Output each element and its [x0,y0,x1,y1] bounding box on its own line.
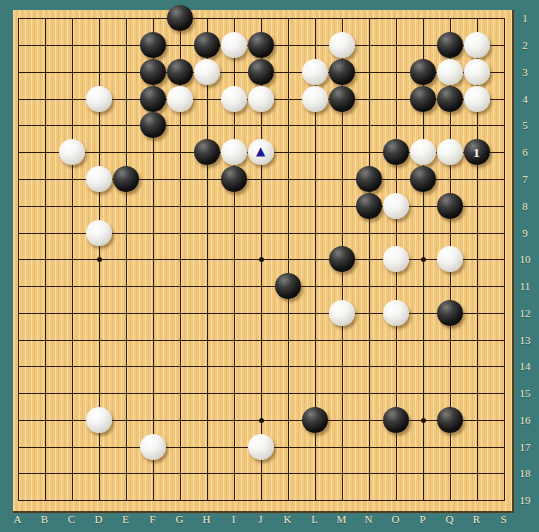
intersection[interactable] [85,487,112,514]
intersection[interactable]: 1 [463,139,490,166]
intersection[interactable] [112,219,139,246]
intersection[interactable] [490,166,517,193]
intersection[interactable] [31,433,58,460]
intersection[interactable] [85,166,112,193]
intersection[interactable] [301,85,328,112]
intersection[interactable] [355,166,382,193]
intersection[interactable] [274,353,301,380]
intersection[interactable] [85,85,112,112]
intersection[interactable] [31,406,58,433]
intersection[interactable] [409,59,436,86]
white-stone[interactable]: ▲ [248,139,274,165]
intersection[interactable] [193,5,220,32]
intersection[interactable] [193,460,220,487]
intersection[interactable] [220,353,247,380]
intersection[interactable] [328,299,355,326]
intersection[interactable] [247,246,274,273]
intersection[interactable] [139,192,166,219]
intersection[interactable] [247,406,274,433]
white-stone[interactable] [86,86,112,112]
intersection[interactable] [193,487,220,514]
intersection[interactable] [355,59,382,86]
intersection[interactable]: ▲ [247,139,274,166]
intersection[interactable] [274,5,301,32]
intersection[interactable] [355,273,382,300]
intersection[interactable] [139,219,166,246]
intersection[interactable] [463,59,490,86]
intersection[interactable] [490,246,517,273]
intersection[interactable] [463,5,490,32]
white-stone[interactable] [248,434,274,460]
intersection[interactable] [58,487,85,514]
intersection[interactable] [274,59,301,86]
intersection[interactable] [328,139,355,166]
intersection[interactable] [166,139,193,166]
intersection[interactable] [4,406,31,433]
intersection[interactable] [274,273,301,300]
intersection[interactable] [355,460,382,487]
intersection[interactable] [4,380,31,407]
black-stone[interactable] [437,300,463,326]
intersection[interactable] [301,433,328,460]
intersection[interactable] [193,406,220,433]
intersection[interactable] [490,273,517,300]
black-stone[interactable]: 1 [464,139,490,165]
intersection[interactable] [85,5,112,32]
intersection[interactable] [58,139,85,166]
black-stone[interactable] [383,139,409,165]
intersection[interactable] [58,5,85,32]
intersection[interactable] [355,353,382,380]
intersection[interactable] [247,112,274,139]
intersection[interactable] [193,299,220,326]
intersection[interactable] [4,166,31,193]
intersection[interactable] [4,433,31,460]
intersection[interactable] [193,326,220,353]
intersection[interactable] [436,139,463,166]
intersection[interactable] [31,32,58,59]
intersection[interactable] [139,433,166,460]
black-stone[interactable] [275,273,301,299]
intersection[interactable] [247,5,274,32]
intersection[interactable] [193,112,220,139]
black-stone[interactable] [140,59,166,85]
intersection[interactable] [328,273,355,300]
intersection[interactable] [382,246,409,273]
intersection[interactable] [112,299,139,326]
intersection[interactable] [139,487,166,514]
white-stone[interactable] [437,246,463,272]
intersection[interactable] [409,166,436,193]
intersection[interactable] [193,192,220,219]
intersection[interactable] [193,219,220,246]
intersection[interactable] [301,460,328,487]
intersection[interactable] [31,299,58,326]
intersection[interactable] [112,85,139,112]
black-stone[interactable] [410,59,436,85]
intersection[interactable] [247,433,274,460]
intersection[interactable] [490,353,517,380]
black-stone[interactable] [302,407,328,433]
intersection[interactable] [112,32,139,59]
intersection[interactable] [301,5,328,32]
intersection[interactable] [328,380,355,407]
intersection[interactable] [166,5,193,32]
black-stone[interactable] [383,407,409,433]
intersection[interactable] [220,139,247,166]
intersection[interactable] [31,5,58,32]
intersection[interactable] [220,273,247,300]
black-stone[interactable] [329,86,355,112]
intersection[interactable] [4,59,31,86]
intersection[interactable] [301,406,328,433]
intersection[interactable] [382,460,409,487]
black-stone[interactable] [140,112,166,138]
intersection[interactable] [490,406,517,433]
intersection[interactable] [274,219,301,246]
intersection[interactable] [301,326,328,353]
intersection[interactable] [139,85,166,112]
intersection[interactable] [31,166,58,193]
black-stone[interactable] [329,59,355,85]
intersection[interactable] [436,406,463,433]
intersection[interactable] [247,326,274,353]
intersection[interactable] [382,353,409,380]
white-stone[interactable] [221,32,247,58]
intersection[interactable] [220,32,247,59]
intersection[interactable] [436,85,463,112]
intersection[interactable] [139,380,166,407]
intersection[interactable] [490,219,517,246]
white-stone[interactable] [464,86,490,112]
intersection[interactable] [328,406,355,433]
intersection[interactable] [220,112,247,139]
intersection[interactable] [382,299,409,326]
intersection[interactable] [193,32,220,59]
intersection[interactable] [31,112,58,139]
intersection[interactable] [247,487,274,514]
intersection[interactable] [85,326,112,353]
intersection[interactable] [355,299,382,326]
intersection[interactable] [31,326,58,353]
intersection[interactable] [31,85,58,112]
intersection[interactable] [409,273,436,300]
intersection[interactable] [220,166,247,193]
intersection[interactable] [112,406,139,433]
intersection[interactable] [490,326,517,353]
intersection[interactable] [328,85,355,112]
intersection[interactable] [58,166,85,193]
intersection[interactable] [31,460,58,487]
white-stone[interactable] [383,193,409,219]
intersection[interactable] [247,59,274,86]
intersection[interactable] [166,299,193,326]
intersection[interactable] [166,273,193,300]
black-stone[interactable] [113,166,139,192]
black-stone[interactable] [437,32,463,58]
intersection[interactable] [328,246,355,273]
intersection[interactable] [274,192,301,219]
intersection[interactable] [490,299,517,326]
intersection[interactable] [436,433,463,460]
intersection[interactable] [112,353,139,380]
intersection[interactable] [490,487,517,514]
intersection[interactable] [409,433,436,460]
intersection[interactable] [139,166,166,193]
intersection[interactable] [247,380,274,407]
intersection[interactable] [85,299,112,326]
black-stone[interactable] [221,166,247,192]
white-stone[interactable] [248,86,274,112]
intersection[interactable] [58,380,85,407]
intersection[interactable] [409,353,436,380]
intersection[interactable] [139,326,166,353]
white-stone[interactable] [383,246,409,272]
intersection[interactable] [355,433,382,460]
intersection[interactable] [31,273,58,300]
intersection[interactable] [274,32,301,59]
intersection[interactable] [382,433,409,460]
intersection[interactable] [463,460,490,487]
intersection[interactable] [463,273,490,300]
intersection[interactable] [274,112,301,139]
intersection[interactable] [4,326,31,353]
intersection[interactable] [193,273,220,300]
intersection[interactable] [4,219,31,246]
intersection[interactable] [355,246,382,273]
intersection[interactable] [4,139,31,166]
white-stone[interactable] [437,139,463,165]
intersection[interactable] [247,85,274,112]
intersection[interactable] [274,85,301,112]
intersection[interactable] [490,433,517,460]
intersection[interactable] [247,299,274,326]
intersection[interactable] [4,32,31,59]
intersection[interactable] [301,273,328,300]
intersection[interactable] [328,219,355,246]
intersection[interactable] [301,246,328,273]
intersection[interactable] [193,353,220,380]
intersection[interactable] [85,139,112,166]
intersection[interactable] [382,85,409,112]
intersection[interactable] [112,139,139,166]
intersection[interactable] [274,166,301,193]
intersection[interactable] [436,59,463,86]
intersection[interactable] [274,139,301,166]
intersection[interactable] [490,59,517,86]
intersection[interactable] [409,299,436,326]
intersection[interactable] [247,460,274,487]
intersection[interactable] [112,112,139,139]
intersection[interactable] [220,433,247,460]
intersection[interactable] [490,112,517,139]
intersection[interactable] [31,192,58,219]
intersection[interactable] [355,219,382,246]
intersection[interactable] [409,139,436,166]
intersection[interactable] [112,433,139,460]
intersection[interactable] [436,219,463,246]
intersection[interactable] [247,353,274,380]
intersection[interactable] [85,246,112,273]
white-stone[interactable] [329,32,355,58]
black-stone[interactable] [140,32,166,58]
intersection[interactable] [490,5,517,32]
intersection[interactable] [166,326,193,353]
intersection[interactable] [274,460,301,487]
black-stone[interactable] [356,193,382,219]
intersection[interactable] [166,192,193,219]
intersection[interactable] [328,192,355,219]
intersection[interactable] [139,460,166,487]
intersection[interactable] [112,487,139,514]
intersection[interactable] [409,5,436,32]
intersection[interactable] [193,85,220,112]
intersection[interactable] [409,32,436,59]
intersection[interactable] [436,273,463,300]
intersection[interactable] [409,85,436,112]
intersection[interactable] [220,380,247,407]
intersection[interactable] [301,192,328,219]
intersection[interactable] [112,59,139,86]
white-stone[interactable] [221,86,247,112]
intersection[interactable] [355,326,382,353]
intersection[interactable] [112,246,139,273]
intersection[interactable] [112,460,139,487]
intersection[interactable] [436,326,463,353]
intersection[interactable] [139,406,166,433]
intersection[interactable] [4,353,31,380]
intersection[interactable] [436,166,463,193]
intersection[interactable] [220,487,247,514]
intersection[interactable] [463,85,490,112]
intersection[interactable] [139,32,166,59]
intersection[interactable] [463,380,490,407]
intersection[interactable] [490,460,517,487]
intersection[interactable] [193,139,220,166]
intersection[interactable] [328,32,355,59]
intersection[interactable] [328,433,355,460]
white-stone[interactable] [464,32,490,58]
intersection[interactable] [301,353,328,380]
intersection[interactable] [4,246,31,273]
intersection[interactable] [85,380,112,407]
intersection[interactable] [58,246,85,273]
intersection[interactable] [139,353,166,380]
intersection[interactable] [4,460,31,487]
intersection[interactable] [58,32,85,59]
intersection[interactable] [193,433,220,460]
intersection[interactable] [166,433,193,460]
intersection[interactable] [193,246,220,273]
intersection[interactable] [301,59,328,86]
intersection[interactable] [301,299,328,326]
black-stone[interactable] [356,166,382,192]
white-stone[interactable] [410,139,436,165]
intersection[interactable] [112,192,139,219]
intersection[interactable] [382,5,409,32]
intersection[interactable] [301,166,328,193]
black-stone[interactable] [410,86,436,112]
intersection[interactable] [220,219,247,246]
intersection[interactable] [220,326,247,353]
intersection[interactable] [31,219,58,246]
intersection[interactable] [58,433,85,460]
white-stone[interactable] [302,86,328,112]
intersection[interactable] [4,487,31,514]
intersection[interactable] [166,487,193,514]
intersection[interactable] [355,380,382,407]
intersection[interactable] [436,246,463,273]
intersection[interactable] [436,380,463,407]
intersection[interactable] [355,139,382,166]
intersection[interactable] [166,406,193,433]
intersection[interactable] [112,5,139,32]
intersection[interactable] [328,326,355,353]
intersection[interactable] [112,166,139,193]
intersection[interactable] [166,112,193,139]
black-stone[interactable] [329,246,355,272]
white-stone[interactable] [194,59,220,85]
intersection[interactable] [85,460,112,487]
intersection[interactable] [490,139,517,166]
intersection[interactable] [436,32,463,59]
intersection[interactable] [463,192,490,219]
intersection[interactable] [85,406,112,433]
intersection[interactable] [274,406,301,433]
intersection[interactable] [58,353,85,380]
intersection[interactable] [166,32,193,59]
intersection[interactable] [193,166,220,193]
intersection[interactable] [436,353,463,380]
intersection[interactable] [463,166,490,193]
intersection[interactable] [58,299,85,326]
intersection[interactable] [247,166,274,193]
intersection[interactable] [247,219,274,246]
intersection[interactable] [409,380,436,407]
intersection[interactable] [436,299,463,326]
intersection[interactable] [58,112,85,139]
white-stone[interactable] [221,139,247,165]
black-stone[interactable] [194,139,220,165]
intersection[interactable] [31,487,58,514]
intersection[interactable] [31,380,58,407]
intersection[interactable] [193,59,220,86]
black-stone[interactable] [437,86,463,112]
intersection[interactable] [220,59,247,86]
intersection[interactable] [31,139,58,166]
white-stone[interactable] [167,86,193,112]
intersection[interactable] [31,353,58,380]
intersection[interactable] [85,192,112,219]
intersection[interactable] [382,166,409,193]
intersection[interactable] [166,380,193,407]
intersection[interactable] [4,5,31,32]
intersection[interactable] [382,139,409,166]
intersection[interactable] [4,112,31,139]
intersection[interactable] [490,192,517,219]
intersection[interactable] [490,32,517,59]
intersection[interactable] [166,219,193,246]
intersection[interactable] [328,487,355,514]
black-stone[interactable] [140,86,166,112]
black-stone[interactable] [167,59,193,85]
white-stone[interactable] [464,59,490,85]
intersection[interactable] [220,460,247,487]
intersection[interactable] [463,406,490,433]
intersection[interactable] [463,112,490,139]
intersection[interactable] [139,112,166,139]
intersection[interactable] [58,406,85,433]
